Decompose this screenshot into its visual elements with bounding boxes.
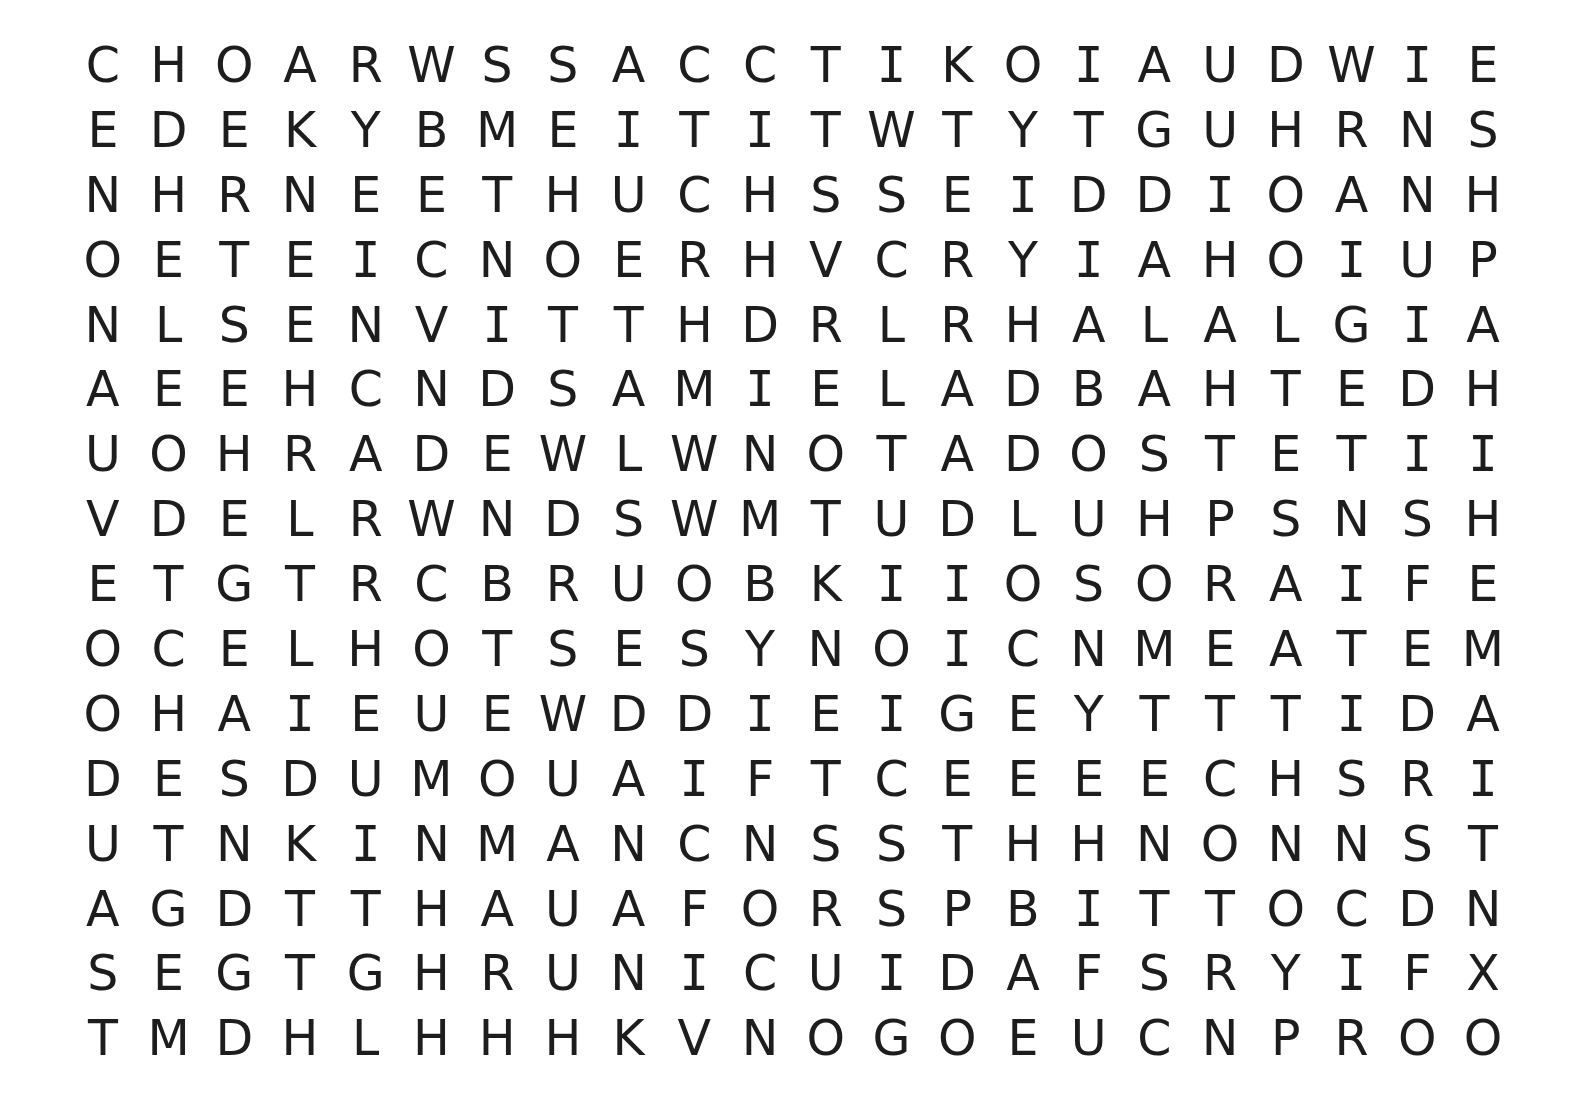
cell-r1c22[interactable]: E [1450,33,1516,98]
cell-r11c8[interactable]: W [530,682,596,747]
cell-r12c3[interactable]: S [201,747,267,812]
cell-r11c17[interactable]: T [1122,682,1188,747]
cell-r12c14[interactable]: E [924,747,990,812]
cell-r11c3[interactable]: A [201,682,267,747]
cell-r6c9[interactable]: A [596,357,662,422]
cell-r14c12[interactable]: R [793,877,859,942]
cell-r10c13[interactable]: O [859,617,925,682]
cell-r13c5[interactable]: I [333,812,399,877]
cell-r6c12[interactable]: E [793,357,859,422]
cell-r10c1[interactable]: O [70,617,136,682]
cell-r4c2[interactable]: E [136,228,202,293]
cell-r4c6[interactable]: C [399,228,465,293]
cell-r5c20[interactable]: G [1319,293,1385,358]
cell-r8c13[interactable]: U [859,487,925,552]
cell-r10c5[interactable]: H [333,617,399,682]
cell-r1c3[interactable]: O [201,33,267,98]
cell-r16c19[interactable]: P [1253,1006,1319,1071]
cell-r5c8[interactable]: T [530,293,596,358]
cell-r7c19[interactable]: E [1253,422,1319,487]
cell-r4c17[interactable]: A [1122,228,1188,293]
cell-r7c6[interactable]: D [399,422,465,487]
cell-r14c16[interactable]: I [1056,877,1122,942]
cell-r4c14[interactable]: R [924,228,990,293]
cell-r12c22[interactable]: I [1450,747,1516,812]
cell-r6c16[interactable]: B [1056,357,1122,422]
cell-r9c10[interactable]: O [661,552,727,617]
cell-r6c5[interactable]: C [333,357,399,422]
cell-r9c13[interactable]: I [859,552,925,617]
cell-r10c9[interactable]: E [596,617,662,682]
cell-r6c3[interactable]: E [201,357,267,422]
cell-r15c6[interactable]: H [399,941,465,1006]
cell-r13c20[interactable]: N [1319,812,1385,877]
cell-r5c14[interactable]: R [924,293,990,358]
cell-r15c20[interactable]: I [1319,941,1385,1006]
cell-r3c3[interactable]: R [201,163,267,228]
cell-r9c21[interactable]: F [1384,552,1450,617]
cell-r13c7[interactable]: M [464,812,530,877]
cell-r15c15[interactable]: A [990,941,1056,1006]
cell-r8c10[interactable]: W [661,487,727,552]
cell-r15c14[interactable]: D [924,941,990,1006]
cell-r14c1[interactable]: A [70,877,136,942]
cell-r8c15[interactable]: L [990,487,1056,552]
cell-r16c6[interactable]: H [399,1006,465,1071]
cell-r14c7[interactable]: A [464,877,530,942]
cell-r3c22[interactable]: H [1450,163,1516,228]
cell-r1c17[interactable]: A [1122,33,1188,98]
cell-r10c10[interactable]: S [661,617,727,682]
cell-r9c4[interactable]: T [267,552,333,617]
cell-r6c10[interactable]: M [661,357,727,422]
cell-r11c9[interactable]: D [596,682,662,747]
cell-r1c7[interactable]: S [464,33,530,98]
cell-r12c4[interactable]: D [267,747,333,812]
cell-r5c12[interactable]: R [793,293,859,358]
cell-r13c19[interactable]: N [1253,812,1319,877]
cell-r10c22[interactable]: M [1450,617,1516,682]
cell-r13c14[interactable]: T [924,812,990,877]
cell-r15c12[interactable]: U [793,941,859,1006]
cell-r1c13[interactable]: I [859,33,925,98]
cell-r9c6[interactable]: C [399,552,465,617]
cell-r5c11[interactable]: D [727,293,793,358]
cell-r3c1[interactable]: N [70,163,136,228]
cell-r9c20[interactable]: I [1319,552,1385,617]
cell-r6c18[interactable]: H [1187,357,1253,422]
cell-r8c6[interactable]: W [399,487,465,552]
cell-r14c22[interactable]: N [1450,877,1516,942]
cell-r3c18[interactable]: I [1187,163,1253,228]
cell-r4c9[interactable]: E [596,228,662,293]
cell-r14c14[interactable]: P [924,877,990,942]
cell-r1c2[interactable]: H [136,33,202,98]
cell-r13c3[interactable]: N [201,812,267,877]
cell-r4c20[interactable]: I [1319,228,1385,293]
cell-r7c1[interactable]: U [70,422,136,487]
cell-r2c14[interactable]: T [924,98,990,163]
cell-r11c14[interactable]: G [924,682,990,747]
cell-r16c8[interactable]: H [530,1006,596,1071]
cell-r12c19[interactable]: H [1253,747,1319,812]
cell-r3c20[interactable]: A [1319,163,1385,228]
cell-r16c21[interactable]: O [1384,1006,1450,1071]
cell-r10c21[interactable]: E [1384,617,1450,682]
cell-r8c14[interactable]: D [924,487,990,552]
cell-r2c12[interactable]: T [793,98,859,163]
cell-r13c13[interactable]: S [859,812,925,877]
cell-r5c4[interactable]: E [267,293,333,358]
cell-r5c18[interactable]: A [1187,293,1253,358]
cell-r11c7[interactable]: E [464,682,530,747]
cell-r6c22[interactable]: H [1450,357,1516,422]
cell-r5c2[interactable]: L [136,293,202,358]
cell-r13c9[interactable]: N [596,812,662,877]
cell-r16c12[interactable]: O [793,1006,859,1071]
cell-r1c20[interactable]: W [1319,33,1385,98]
cell-r2c18[interactable]: U [1187,98,1253,163]
cell-r14c19[interactable]: O [1253,877,1319,942]
cell-r13c4[interactable]: K [267,812,333,877]
cell-r8c12[interactable]: T [793,487,859,552]
cell-r14c10[interactable]: F [661,877,727,942]
cell-r15c4[interactable]: T [267,941,333,1006]
cell-r16c2[interactable]: M [136,1006,202,1071]
cell-r11c12[interactable]: E [793,682,859,747]
cell-r16c16[interactable]: U [1056,1006,1122,1071]
cell-r10c19[interactable]: A [1253,617,1319,682]
cell-r16c11[interactable]: N [727,1006,793,1071]
cell-r6c8[interactable]: S [530,357,596,422]
cell-r5c10[interactable]: H [661,293,727,358]
cell-r2c6[interactable]: B [399,98,465,163]
cell-r12c6[interactable]: M [399,747,465,812]
cell-r7c13[interactable]: T [859,422,925,487]
cell-r13c6[interactable]: N [399,812,465,877]
cell-r11c2[interactable]: H [136,682,202,747]
cell-r1c5[interactable]: R [333,33,399,98]
cell-r8c2[interactable]: D [136,487,202,552]
cell-r9c7[interactable]: B [464,552,530,617]
cell-r4c19[interactable]: O [1253,228,1319,293]
cell-r14c8[interactable]: U [530,877,596,942]
cell-r5c22[interactable]: A [1450,293,1516,358]
cell-r10c17[interactable]: M [1122,617,1188,682]
cell-r8c17[interactable]: H [1122,487,1188,552]
cell-r3c15[interactable]: I [990,163,1056,228]
cell-r4c12[interactable]: V [793,228,859,293]
cell-r2c3[interactable]: E [201,98,267,163]
cell-r1c19[interactable]: D [1253,33,1319,98]
cell-r7c10[interactable]: W [661,422,727,487]
cell-r7c17[interactable]: S [1122,422,1188,487]
cell-r6c6[interactable]: N [399,357,465,422]
cell-r7c3[interactable]: H [201,422,267,487]
cell-r4c8[interactable]: O [530,228,596,293]
cell-r2c7[interactable]: M [464,98,530,163]
cell-r8c9[interactable]: S [596,487,662,552]
cell-r15c19[interactable]: Y [1253,941,1319,1006]
cell-r16c17[interactable]: C [1122,1006,1188,1071]
cell-r16c9[interactable]: K [596,1006,662,1071]
cell-r9c11[interactable]: B [727,552,793,617]
cell-r1c12[interactable]: T [793,33,859,98]
cell-r12c13[interactable]: C [859,747,925,812]
cell-r3c10[interactable]: C [661,163,727,228]
cell-r3c5[interactable]: E [333,163,399,228]
cell-r16c15[interactable]: E [990,1006,1056,1071]
cell-r12c11[interactable]: F [727,747,793,812]
cell-r3c7[interactable]: T [464,163,530,228]
cell-r12c8[interactable]: U [530,747,596,812]
cell-r4c4[interactable]: E [267,228,333,293]
cell-r11c6[interactable]: U [399,682,465,747]
cell-r4c21[interactable]: U [1384,228,1450,293]
cell-r9c17[interactable]: O [1122,552,1188,617]
cell-r2c10[interactable]: T [661,98,727,163]
cell-r16c7[interactable]: H [464,1006,530,1071]
cell-r5c13[interactable]: L [859,293,925,358]
cell-r15c3[interactable]: G [201,941,267,1006]
cell-r8c22[interactable]: H [1450,487,1516,552]
cell-r8c8[interactable]: D [530,487,596,552]
cell-r12c17[interactable]: E [1122,747,1188,812]
cell-r16c1[interactable]: T [70,1006,136,1071]
cell-r3c19[interactable]: O [1253,163,1319,228]
cell-r3c17[interactable]: D [1122,163,1188,228]
cell-r6c21[interactable]: D [1384,357,1450,422]
cell-r4c13[interactable]: C [859,228,925,293]
cell-r11c1[interactable]: O [70,682,136,747]
cell-r2c22[interactable]: S [1450,98,1516,163]
cell-r3c11[interactable]: H [727,163,793,228]
cell-r4c16[interactable]: I [1056,228,1122,293]
cell-r16c3[interactable]: D [201,1006,267,1071]
cell-r12c18[interactable]: C [1187,747,1253,812]
cell-r3c8[interactable]: H [530,163,596,228]
cell-r1c15[interactable]: O [990,33,1056,98]
cell-r2c5[interactable]: Y [333,98,399,163]
cell-r7c20[interactable]: T [1319,422,1385,487]
cell-r15c17[interactable]: S [1122,941,1188,1006]
cell-r15c13[interactable]: I [859,941,925,1006]
cell-r10c15[interactable]: C [990,617,1056,682]
cell-r14c17[interactable]: T [1122,877,1188,942]
cell-r1c11[interactable]: C [727,33,793,98]
cell-r7c11[interactable]: N [727,422,793,487]
cell-r12c7[interactable]: O [464,747,530,812]
cell-r1c4[interactable]: A [267,33,333,98]
cell-r16c4[interactable]: H [267,1006,333,1071]
cell-r12c9[interactable]: A [596,747,662,812]
cell-r6c19[interactable]: T [1253,357,1319,422]
cell-r8c5[interactable]: R [333,487,399,552]
cell-r3c16[interactable]: D [1056,163,1122,228]
cell-r4c11[interactable]: H [727,228,793,293]
cell-r11c13[interactable]: I [859,682,925,747]
cell-r16c20[interactable]: R [1319,1006,1385,1071]
cell-r5c15[interactable]: H [990,293,1056,358]
cell-r16c13[interactable]: G [859,1006,925,1071]
cell-r11c22[interactable]: A [1450,682,1516,747]
cell-r8c20[interactable]: N [1319,487,1385,552]
cell-r14c6[interactable]: H [399,877,465,942]
cell-r7c18[interactable]: T [1187,422,1253,487]
cell-r9c16[interactable]: S [1056,552,1122,617]
cell-r14c5[interactable]: T [333,877,399,942]
cell-r10c16[interactable]: N [1056,617,1122,682]
cell-r4c3[interactable]: T [201,228,267,293]
cell-r1c8[interactable]: S [530,33,596,98]
cell-r8c11[interactable]: M [727,487,793,552]
cell-r3c13[interactable]: S [859,163,925,228]
cell-r8c3[interactable]: E [201,487,267,552]
cell-r3c6[interactable]: E [399,163,465,228]
cell-r9c5[interactable]: R [333,552,399,617]
cell-r12c15[interactable]: E [990,747,1056,812]
cell-r1c18[interactable]: U [1187,33,1253,98]
cell-r1c1[interactable]: C [70,33,136,98]
cell-r11c10[interactable]: D [661,682,727,747]
cell-r7c21[interactable]: I [1384,422,1450,487]
cell-r13c16[interactable]: H [1056,812,1122,877]
cell-r11c4[interactable]: I [267,682,333,747]
cell-r11c19[interactable]: T [1253,682,1319,747]
cell-r5c17[interactable]: L [1122,293,1188,358]
cell-r10c8[interactable]: S [530,617,596,682]
cell-r10c7[interactable]: T [464,617,530,682]
cell-r7c16[interactable]: O [1056,422,1122,487]
cell-r2c2[interactable]: D [136,98,202,163]
cell-r12c21[interactable]: R [1384,747,1450,812]
cell-r6c4[interactable]: H [267,357,333,422]
cell-r14c20[interactable]: C [1319,877,1385,942]
cell-r10c3[interactable]: E [201,617,267,682]
cell-r5c5[interactable]: N [333,293,399,358]
cell-r13c21[interactable]: S [1384,812,1450,877]
cell-r9c12[interactable]: K [793,552,859,617]
cell-r9c1[interactable]: E [70,552,136,617]
cell-r2c20[interactable]: R [1319,98,1385,163]
cell-r8c4[interactable]: L [267,487,333,552]
cell-r2c15[interactable]: Y [990,98,1056,163]
cell-r3c4[interactable]: N [267,163,333,228]
cell-r16c18[interactable]: N [1187,1006,1253,1071]
cell-r15c22[interactable]: X [1450,941,1516,1006]
cell-r2c9[interactable]: I [596,98,662,163]
cell-r4c1[interactable]: O [70,228,136,293]
cell-r5c9[interactable]: T [596,293,662,358]
cell-r2c16[interactable]: T [1056,98,1122,163]
cell-r15c18[interactable]: R [1187,941,1253,1006]
cell-r4c7[interactable]: N [464,228,530,293]
cell-r12c20[interactable]: S [1319,747,1385,812]
cell-r11c20[interactable]: I [1319,682,1385,747]
cell-r4c10[interactable]: R [661,228,727,293]
cell-r16c5[interactable]: L [333,1006,399,1071]
cell-r7c2[interactable]: O [136,422,202,487]
cell-r5c19[interactable]: L [1253,293,1319,358]
cell-r9c3[interactable]: G [201,552,267,617]
cell-r13c22[interactable]: T [1450,812,1516,877]
cell-r11c21[interactable]: D [1384,682,1450,747]
cell-r7c4[interactable]: R [267,422,333,487]
cell-r2c17[interactable]: G [1122,98,1188,163]
cell-r9c19[interactable]: A [1253,552,1319,617]
cell-r11c18[interactable]: T [1187,682,1253,747]
cell-r3c9[interactable]: U [596,163,662,228]
cell-r8c18[interactable]: P [1187,487,1253,552]
cell-r2c8[interactable]: E [530,98,596,163]
cell-r6c11[interactable]: I [727,357,793,422]
cell-r8c16[interactable]: U [1056,487,1122,552]
cell-r5c7[interactable]: I [464,293,530,358]
cell-r2c1[interactable]: E [70,98,136,163]
cell-r7c15[interactable]: D [990,422,1056,487]
cell-r1c9[interactable]: A [596,33,662,98]
cell-r2c4[interactable]: K [267,98,333,163]
cell-r10c4[interactable]: L [267,617,333,682]
cell-r10c2[interactable]: C [136,617,202,682]
cell-r7c5[interactable]: A [333,422,399,487]
cell-r12c2[interactable]: E [136,747,202,812]
cell-r9c9[interactable]: U [596,552,662,617]
cell-r15c11[interactable]: C [727,941,793,1006]
cell-r13c11[interactable]: N [727,812,793,877]
cell-r5c6[interactable]: V [399,293,465,358]
cell-r5c21[interactable]: I [1384,293,1450,358]
cell-r10c14[interactable]: I [924,617,990,682]
cell-r6c13[interactable]: L [859,357,925,422]
cell-r13c8[interactable]: A [530,812,596,877]
cell-r15c7[interactable]: R [464,941,530,1006]
cell-r14c18[interactable]: T [1187,877,1253,942]
cell-r6c14[interactable]: A [924,357,990,422]
cell-r9c8[interactable]: R [530,552,596,617]
cell-r8c7[interactable]: N [464,487,530,552]
cell-r4c18[interactable]: H [1187,228,1253,293]
cell-r12c16[interactable]: E [1056,747,1122,812]
cell-r1c21[interactable]: I [1384,33,1450,98]
cell-r12c1[interactable]: D [70,747,136,812]
cell-r14c15[interactable]: B [990,877,1056,942]
cell-r1c16[interactable]: I [1056,33,1122,98]
cell-r15c8[interactable]: U [530,941,596,1006]
cell-r9c22[interactable]: E [1450,552,1516,617]
cell-r15c10[interactable]: I [661,941,727,1006]
cell-r10c11[interactable]: Y [727,617,793,682]
cell-r14c2[interactable]: G [136,877,202,942]
cell-r2c11[interactable]: I [727,98,793,163]
cell-r3c12[interactable]: S [793,163,859,228]
cell-r7c9[interactable]: L [596,422,662,487]
cell-r9c18[interactable]: R [1187,552,1253,617]
cell-r16c14[interactable]: O [924,1006,990,1071]
cell-r4c5[interactable]: I [333,228,399,293]
cell-r1c14[interactable]: K [924,33,990,98]
cell-r4c15[interactable]: Y [990,228,1056,293]
cell-r14c3[interactable]: D [201,877,267,942]
cell-r13c1[interactable]: U [70,812,136,877]
cell-r15c5[interactable]: G [333,941,399,1006]
cell-r13c2[interactable]: T [136,812,202,877]
cell-r13c10[interactable]: C [661,812,727,877]
cell-r13c12[interactable]: S [793,812,859,877]
cell-r13c17[interactable]: N [1122,812,1188,877]
cell-r4c22[interactable]: P [1450,228,1516,293]
cell-r3c21[interactable]: N [1384,163,1450,228]
